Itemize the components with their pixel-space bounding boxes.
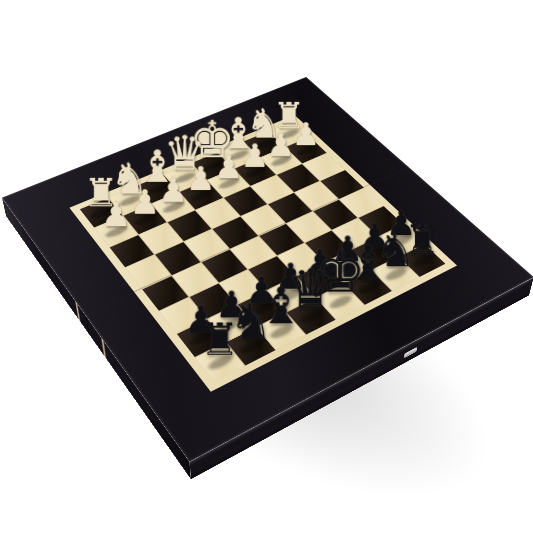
board-frame: ♜♞♝♛♚♝♞♜♟♟♟♟♟♟♟♟♟♟♟♟♟♟♟♟♜♞♝♛♚♝♞♜: [2, 77, 533, 462]
clasp-latch-icon: [403, 347, 417, 359]
board-grid: ♜♞♝♛♚♝♞♜♟♟♟♟♟♟♟♟♟♟♟♟♟♟♟♟♜♞♝♛♚♝♞♜: [80, 121, 445, 381]
square-a3[interactable]: [110, 235, 154, 267]
white-pawn[interactable]: ♟: [84, 197, 148, 231]
scene: ♜♞♝♛♚♝♞♜♟♟♟♟♟♟♟♟♟♟♟♟♟♟♟♟♜♞♝♛♚♝♞♜: [0, 0, 533, 533]
square-a8[interactable]: ♜: [195, 343, 244, 382]
square-a2[interactable]: ♟: [95, 216, 138, 247]
black-rook[interactable]: ♜: [184, 317, 256, 362]
chess-board: ♜♞♝♛♚♝♞♜♟♟♟♟♟♟♟♟♟♟♟♟♟♟♟♟♜♞♝♛♚♝♞♜: [2, 77, 533, 462]
product-photo-stage: ♜♞♝♛♚♝♞♜♟♟♟♟♟♟♟♟♟♟♟♟♟♟♟♟♜♞♝♛♚♝♞♜: [0, 0, 533, 533]
